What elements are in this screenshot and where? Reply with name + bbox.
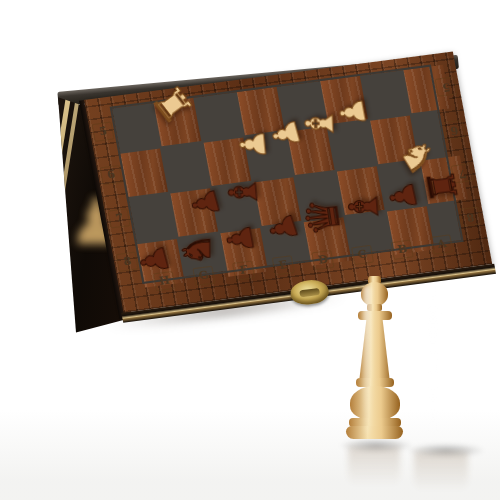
white-king-standing: [346, 276, 403, 448]
king-gloss: [363, 286, 371, 434]
lying-piece-dark-bishop-f7: ♝: [223, 174, 264, 209]
rank-label-left-5: 5: [93, 123, 114, 141]
product-photo-scene: ♟ 56785678HGFEDCBA ♜♟♟♝♟♞♟♝♟♞♟♟♛♝♟♜: [0, 0, 500, 500]
rank-label-right-8: 8: [460, 208, 481, 226]
file-label-a: A: [432, 235, 453, 253]
rank-label-left-6: 6: [101, 166, 122, 184]
file-label-b: B: [392, 241, 413, 259]
lying-piece-dark-pawn-b8: ♟: [382, 179, 422, 214]
back-edge-stripe: [30, 96, 71, 322]
file-label-c: C: [352, 246, 373, 264]
file-label-e: E: [273, 256, 294, 274]
rank-label-right-5: 5: [436, 78, 457, 96]
rank-label-right-6: 6: [444, 121, 465, 139]
square-h7: [129, 194, 177, 243]
square-h6: [120, 148, 168, 197]
file-label-f: F: [233, 262, 254, 280]
lying-piece-dark-pawn-f8: ♟: [220, 222, 259, 256]
rank-label-left-7: 7: [109, 209, 130, 227]
black-king-reflection: [414, 452, 468, 498]
file-label-d: D: [313, 251, 334, 269]
black-king-standing: [412, 278, 469, 454]
king-gloss: [429, 289, 437, 440]
lying-piece-dark-rook-a8: ♜: [420, 167, 463, 204]
file-label-g: G: [194, 267, 215, 285]
lying-piece-dark-bishop-c8: ♝: [343, 189, 385, 225]
square-g6: [162, 143, 210, 192]
white-king-reflection: [348, 447, 400, 493]
lying-piece-dark-knight-g8: ♞: [178, 232, 217, 267]
lying-piece-light-pawn-b5: ♟: [333, 95, 371, 128]
